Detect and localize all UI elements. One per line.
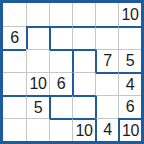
cell-r2c6[interactable] <box>118 26 141 49</box>
puzzle-page: 1067510645610410 <box>0 0 144 144</box>
cell-r5c1[interactable] <box>3 95 26 118</box>
given-number: 5 <box>34 100 42 116</box>
puzzle-board: 1067510645610410 <box>0 0 144 144</box>
cell-r4c1[interactable] <box>3 72 26 95</box>
cell-r4c5[interactable] <box>95 72 118 95</box>
cell-r4c4[interactable] <box>72 72 95 95</box>
cell-r2c4[interactable] <box>72 26 95 49</box>
cell-r3c1[interactable] <box>3 49 26 72</box>
given-number: 6 <box>126 99 134 115</box>
cell-r3c3[interactable] <box>49 49 72 72</box>
given-number: 10 <box>122 7 139 23</box>
cell-r1c2[interactable] <box>26 3 49 26</box>
cell-r3c4[interactable] <box>72 49 95 72</box>
cell-r4c3: 6 <box>49 72 72 95</box>
cell-r2c5[interactable] <box>95 26 118 49</box>
given-number: 7 <box>103 53 111 69</box>
cell-r5c4[interactable] <box>72 95 95 118</box>
cell-r3c5: 7 <box>95 49 118 72</box>
given-number: 6 <box>10 30 18 46</box>
cell-r2c2[interactable] <box>26 26 49 49</box>
cell-r1c4[interactable] <box>72 3 95 26</box>
cell-r6c2[interactable] <box>26 118 49 141</box>
cell-r1c3[interactable] <box>49 3 72 26</box>
cell-r1c5[interactable] <box>95 3 118 26</box>
given-number: 10 <box>76 123 93 139</box>
cell-r6c4: 10 <box>72 118 95 141</box>
cell-r4c6: 4 <box>118 72 141 95</box>
cell-r1c6: 10 <box>118 3 141 26</box>
cell-r2c3[interactable] <box>49 26 72 49</box>
given-number: 4 <box>103 122 111 138</box>
given-number: 10 <box>122 123 139 139</box>
cell-r3c2[interactable] <box>26 49 49 72</box>
cell-r2c1: 6 <box>3 26 26 49</box>
cell-r5c6: 6 <box>118 95 141 118</box>
cell-r4c2: 10 <box>26 72 49 95</box>
cell-r6c5: 4 <box>95 118 118 141</box>
cell-r5c5[interactable] <box>95 95 118 118</box>
given-number: 5 <box>126 53 134 69</box>
cell-r6c6: 10 <box>118 118 141 141</box>
cell-r5c2: 5 <box>26 95 49 118</box>
cell-r6c3[interactable] <box>49 118 72 141</box>
given-number: 6 <box>57 76 65 92</box>
cell-r1c1[interactable] <box>3 3 26 26</box>
given-number: 10 <box>30 76 47 92</box>
cell-r6c1[interactable] <box>3 118 26 141</box>
cell-r5c3[interactable] <box>49 95 72 118</box>
given-number: 4 <box>126 77 134 93</box>
cell-r3c6: 5 <box>118 49 141 72</box>
